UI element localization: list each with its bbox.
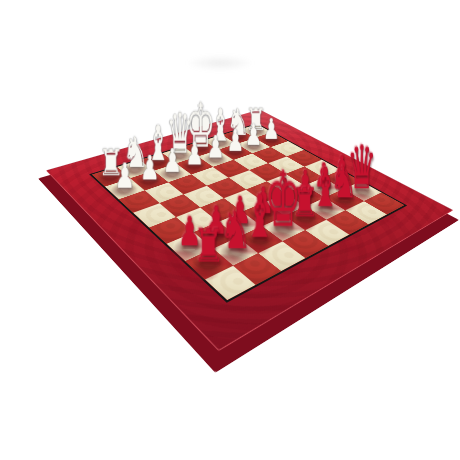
- pawn-icon: ♟: [185, 138, 204, 170]
- pawn-icon: ♟: [245, 120, 262, 149]
- product-photo: ♜♞♝♚♛♝♟♟♞♟♜♟♟♟♟♟♟♟♟♟♟♟♛♟♞♟♝♜♚♝♞♜: [0, 0, 460, 460]
- pawn-icon: ♟: [163, 144, 182, 177]
- photo-artifact-smudge: [185, 55, 255, 71]
- pawn-icon: ♟: [263, 115, 280, 143]
- chess-board: ♜♞♝♚♛♝♟♟♞♟♜♟♟♟♟♟♟♟♟♟♟♟♛♟♞♟♝♜♚♝♞♜: [46, 109, 454, 351]
